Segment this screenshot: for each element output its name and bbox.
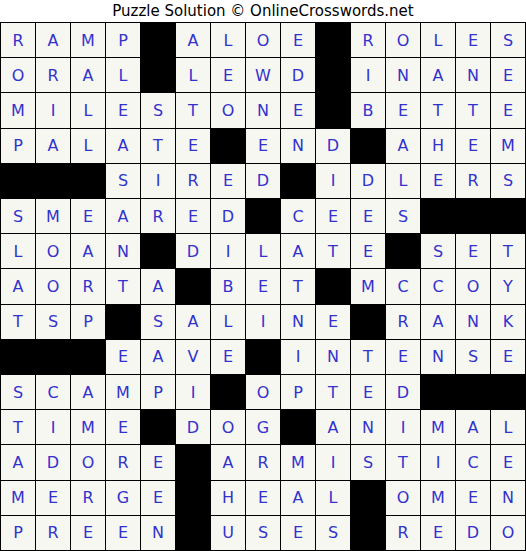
black-cell-r14c6 <box>176 481 210 515</box>
letter-cell-r4c9[interactable]: N <box>281 129 315 163</box>
letter-cell-r15c15[interactable]: O <box>491 516 525 550</box>
letter-cell-r5c14[interactable]: R <box>456 164 490 198</box>
letter-cell-r14c12[interactable]: O <box>386 481 420 515</box>
letter-cell-r10c11[interactable]: T <box>351 340 385 374</box>
letter-cell-r2c15[interactable]: E <box>491 58 525 92</box>
letter-cell-r12c12[interactable]: I <box>386 410 420 444</box>
black-cell-r2c5 <box>141 58 175 92</box>
black-cell-r7c12 <box>386 234 420 268</box>
letter-cell-r4c10[interactable]: D <box>316 129 350 163</box>
letter-cell-r1c14[interactable]: E <box>456 23 490 57</box>
puzzle-solution-page: Puzzle Solution © OnlineCrosswords.net R… <box>0 0 526 551</box>
letter-cell-r12c15[interactable]: L <box>491 410 525 444</box>
letter-cell-r2c9[interactable]: D <box>281 58 315 92</box>
black-cell-r7c5 <box>141 234 175 268</box>
letter-cell-r2c2[interactable]: R <box>36 58 70 92</box>
letter-cell-r7c15[interactable]: T <box>491 234 525 268</box>
letter-cell-r7c8[interactable]: L <box>246 234 280 268</box>
letter-cell-r11c5[interactable]: P <box>141 375 175 409</box>
letter-cell-r6c6[interactable]: E <box>176 199 210 233</box>
letter-cell-r14c7[interactable]: H <box>211 481 245 515</box>
black-cell-r12c5 <box>141 410 175 444</box>
letter-cell-r15c1[interactable]: P <box>1 516 35 550</box>
letter-cell-r5c12[interactable]: L <box>386 164 420 198</box>
black-cell-r9c4 <box>106 305 140 339</box>
black-cell-r3c10 <box>316 93 350 127</box>
letter-cell-r9c14[interactable]: N <box>456 305 490 339</box>
letter-cell-r15c14[interactable]: D <box>456 516 490 550</box>
letter-cell-r11c10[interactable]: T <box>316 375 350 409</box>
letter-cell-r1c12[interactable]: O <box>386 23 420 57</box>
letter-cell-r7c4[interactable]: N <box>106 234 140 268</box>
letter-cell-r7c10[interactable]: T <box>316 234 350 268</box>
letter-cell-r8c1[interactable]: A <box>1 269 35 303</box>
letter-cell-r14c8[interactable]: E <box>246 481 280 515</box>
letter-cell-r9c5[interactable]: S <box>141 305 175 339</box>
letter-cell-r5c10[interactable]: I <box>316 164 350 198</box>
letter-cell-r3c12[interactable]: E <box>386 93 420 127</box>
black-cell-r5c2 <box>36 164 70 198</box>
letter-cell-r3c5[interactable]: S <box>141 93 175 127</box>
letter-cell-r5c7[interactable]: E <box>211 164 245 198</box>
letter-cell-r8c12[interactable]: C <box>386 269 420 303</box>
letter-cell-r2c13[interactable]: A <box>421 58 455 92</box>
black-cell-r9c11 <box>351 305 385 339</box>
letter-cell-r12c7[interactable]: O <box>211 410 245 444</box>
letter-cell-r12c8[interactable]: G <box>246 410 280 444</box>
letter-cell-r7c11[interactable]: E <box>351 234 385 268</box>
letter-cell-r13c7[interactable]: A <box>211 445 245 479</box>
letter-cell-r7c6[interactable]: D <box>176 234 210 268</box>
black-cell-r15c11 <box>351 516 385 550</box>
letter-cell-r10c10[interactable]: N <box>316 340 350 374</box>
letter-cell-r7c9[interactable]: A <box>281 234 315 268</box>
letter-cell-r2c6[interactable]: L <box>176 58 210 92</box>
letter-cell-r5c4[interactable]: S <box>106 164 140 198</box>
letter-cell-r15c5[interactable]: N <box>141 516 175 550</box>
letter-cell-r6c3[interactable]: E <box>71 199 105 233</box>
letter-cell-r1c13[interactable]: L <box>421 23 455 57</box>
letter-cell-r9c15[interactable]: K <box>491 305 525 339</box>
letter-cell-r14c3[interactable]: R <box>71 481 105 515</box>
letter-cell-r14c2[interactable]: E <box>36 481 70 515</box>
letter-cell-r8c2[interactable]: O <box>36 269 70 303</box>
letter-cell-r1c2[interactable]: A <box>36 23 70 57</box>
letter-cell-r6c1[interactable]: S <box>1 199 35 233</box>
letter-cell-r6c9[interactable]: C <box>281 199 315 233</box>
letter-cell-r6c10[interactable]: E <box>316 199 350 233</box>
black-cell-r5c1 <box>1 164 35 198</box>
letter-cell-r3c6[interactable]: T <box>176 93 210 127</box>
letter-cell-r12c14[interactable]: A <box>456 410 490 444</box>
letter-cell-r4c12[interactable]: A <box>386 129 420 163</box>
letter-cell-r6c5[interactable]: R <box>141 199 175 233</box>
letter-cell-r8c3[interactable]: R <box>71 269 105 303</box>
black-cell-r8c6 <box>176 269 210 303</box>
letter-cell-r5c15[interactable]: S <box>491 164 525 198</box>
letter-cell-r1c3[interactable]: M <box>71 23 105 57</box>
letter-cell-r9c10[interactable]: E <box>316 305 350 339</box>
letter-cell-r8c11[interactable]: M <box>351 269 385 303</box>
letter-cell-r14c1[interactable]: M <box>1 481 35 515</box>
letter-cell-r3c3[interactable]: L <box>71 93 105 127</box>
letter-cell-r11c3[interactable]: A <box>71 375 105 409</box>
letter-cell-r8c4[interactable]: T <box>106 269 140 303</box>
letter-cell-r3c13[interactable]: T <box>421 93 455 127</box>
black-cell-r11c13 <box>421 375 455 409</box>
black-cell-r4c11 <box>351 129 385 163</box>
letter-cell-r9c8[interactable]: I <box>246 305 280 339</box>
black-cell-r15c6 <box>176 516 210 550</box>
letter-cell-r12c13[interactable]: M <box>421 410 455 444</box>
letter-cell-r14c9[interactable]: A <box>281 481 315 515</box>
black-cell-r10c2 <box>36 340 70 374</box>
letter-cell-r14c14[interactable]: E <box>456 481 490 515</box>
black-cell-r1c5 <box>141 23 175 57</box>
letter-cell-r11c4[interactable]: M <box>106 375 140 409</box>
letter-cell-r12c2[interactable]: I <box>36 410 70 444</box>
letter-cell-r10c13[interactable]: N <box>421 340 455 374</box>
letter-cell-r10c7[interactable]: E <box>211 340 245 374</box>
letter-cell-r3c14[interactable]: T <box>456 93 490 127</box>
letter-cell-r10c14[interactable]: S <box>456 340 490 374</box>
black-cell-r10c8 <box>246 340 280 374</box>
letter-cell-r13c3[interactable]: O <box>71 445 105 479</box>
letter-cell-r7c3[interactable]: A <box>71 234 105 268</box>
letter-cell-r3c8[interactable]: N <box>246 93 280 127</box>
letter-cell-r12c3[interactable]: M <box>71 410 105 444</box>
letter-cell-r3c11[interactable]: B <box>351 93 385 127</box>
black-cell-r6c15 <box>491 199 525 233</box>
letter-cell-r12c1[interactable]: T <box>1 410 35 444</box>
letter-cell-r3c15[interactable]: E <box>491 93 525 127</box>
letter-cell-r9c3[interactable]: P <box>71 305 105 339</box>
letter-cell-r8c13[interactable]: C <box>421 269 455 303</box>
letter-cell-r8c14[interactable]: O <box>456 269 490 303</box>
letter-cell-r9c13[interactable]: A <box>421 305 455 339</box>
letter-cell-r13c1[interactable]: A <box>1 445 35 479</box>
letter-cell-r4c15[interactable]: M <box>491 129 525 163</box>
letter-cell-r7c7[interactable]: I <box>211 234 245 268</box>
letter-cell-r2c4[interactable]: L <box>106 58 140 92</box>
letter-cell-r4c6[interactable]: E <box>176 129 210 163</box>
letter-cell-r10c4[interactable]: E <box>106 340 140 374</box>
letter-cell-r10c9[interactable]: I <box>281 340 315 374</box>
black-cell-r11c15 <box>491 375 525 409</box>
letter-cell-r13c9[interactable]: M <box>281 445 315 479</box>
letter-cell-r1c8[interactable]: O <box>246 23 280 57</box>
letter-cell-r4c13[interactable]: H <box>421 129 455 163</box>
letter-cell-r2c7[interactable]: E <box>211 58 245 92</box>
letter-cell-r13c8[interactable]: R <box>246 445 280 479</box>
letter-cell-r11c2[interactable]: C <box>36 375 70 409</box>
black-cell-r11c14 <box>456 375 490 409</box>
letter-cell-r9c12[interactable]: R <box>386 305 420 339</box>
letter-cell-r10c6[interactable]: V <box>176 340 210 374</box>
letter-cell-r12c4[interactable]: E <box>106 410 140 444</box>
black-cell-r1c10 <box>316 23 350 57</box>
letter-cell-r6c4[interactable]: A <box>106 199 140 233</box>
letter-cell-r15c4[interactable]: E <box>106 516 140 550</box>
letter-cell-r12c10[interactable]: A <box>316 410 350 444</box>
letter-cell-r4c8[interactable]: E <box>246 129 280 163</box>
letter-cell-r15c7[interactable]: U <box>211 516 245 550</box>
black-cell-r11c7 <box>211 375 245 409</box>
letter-cell-r8c5[interactable]: A <box>141 269 175 303</box>
letter-cell-r6c2[interactable]: M <box>36 199 70 233</box>
letter-cell-r10c12[interactable]: E <box>386 340 420 374</box>
letter-cell-r5c5[interactable]: I <box>141 164 175 198</box>
letter-cell-r4c1[interactable]: P <box>1 129 35 163</box>
black-cell-r8c10 <box>316 269 350 303</box>
letter-cell-r5c13[interactable]: E <box>421 164 455 198</box>
letter-cell-r15c9[interactable]: E <box>281 516 315 550</box>
letter-cell-r6c11[interactable]: E <box>351 199 385 233</box>
letter-cell-r13c10[interactable]: I <box>316 445 350 479</box>
letter-cell-r3c2[interactable]: I <box>36 93 70 127</box>
letter-cell-r2c8[interactable]: W <box>246 58 280 92</box>
letter-cell-r9c1[interactable]: T <box>1 305 35 339</box>
letter-cell-r4c4[interactable]: A <box>106 129 140 163</box>
letter-cell-r11c12[interactable]: D <box>386 375 420 409</box>
letter-cell-r13c5[interactable]: E <box>141 445 175 479</box>
letter-cell-r4c3[interactable]: L <box>71 129 105 163</box>
letter-cell-r3c9[interactable]: E <box>281 93 315 127</box>
letter-cell-r8c15[interactable]: Y <box>491 269 525 303</box>
letter-cell-r3c4[interactable]: E <box>106 93 140 127</box>
letter-cell-r15c10[interactable]: S <box>316 516 350 550</box>
letter-cell-r15c2[interactable]: R <box>36 516 70 550</box>
letter-cell-r2c1[interactable]: O <box>1 58 35 92</box>
letter-cell-r1c4[interactable]: P <box>106 23 140 57</box>
letter-cell-r10c5[interactable]: A <box>141 340 175 374</box>
letter-cell-r15c3[interactable]: E <box>71 516 105 550</box>
letter-cell-r7c1[interactable]: L <box>1 234 35 268</box>
black-cell-r14c11 <box>351 481 385 515</box>
letter-cell-r3c7[interactable]: O <box>211 93 245 127</box>
letter-cell-r2c12[interactable]: N <box>386 58 420 92</box>
letter-cell-r4c14[interactable]: E <box>456 129 490 163</box>
letter-cell-r4c5[interactable]: T <box>141 129 175 163</box>
letter-cell-r14c5[interactable]: E <box>141 481 175 515</box>
letter-cell-r11c8[interactable]: O <box>246 375 280 409</box>
letter-cell-r6c7[interactable]: D <box>211 199 245 233</box>
letter-cell-r10c15[interactable]: E <box>491 340 525 374</box>
letter-cell-r6c12[interactable]: S <box>386 199 420 233</box>
letter-cell-r13c14[interactable]: C <box>456 445 490 479</box>
letter-cell-r15c13[interactable]: E <box>421 516 455 550</box>
letter-cell-r13c15[interactable]: E <box>491 445 525 479</box>
letter-cell-r2c3[interactable]: A <box>71 58 105 92</box>
letter-cell-r13c4[interactable]: R <box>106 445 140 479</box>
letter-cell-r5c6[interactable]: R <box>176 164 210 198</box>
black-cell-r2c10 <box>316 58 350 92</box>
letter-cell-r8c7[interactable]: B <box>211 269 245 303</box>
letter-cell-r5c8[interactable]: D <box>246 164 280 198</box>
letter-cell-r8c9[interactable]: T <box>281 269 315 303</box>
letter-cell-r9c9[interactable]: N <box>281 305 315 339</box>
letter-cell-r11c9[interactable]: P <box>281 375 315 409</box>
letter-cell-r1c11[interactable]: R <box>351 23 385 57</box>
letter-cell-r15c8[interactable]: S <box>246 516 280 550</box>
letter-cell-r12c6[interactable]: D <box>176 410 210 444</box>
letter-cell-r13c11[interactable]: S <box>351 445 385 479</box>
letter-cell-r2c11[interactable]: I <box>351 58 385 92</box>
black-cell-r10c3 <box>71 340 105 374</box>
letter-cell-r14c15[interactable]: N <box>491 481 525 515</box>
letter-cell-r13c12[interactable]: T <box>386 445 420 479</box>
page-title: Puzzle Solution © OnlineCrosswords.net <box>0 0 526 22</box>
letter-cell-r9c7[interactable]: L <box>211 305 245 339</box>
black-cell-r6c8 <box>246 199 280 233</box>
letter-cell-r1c15[interactable]: S <box>491 23 525 57</box>
letter-cell-r1c6[interactable]: A <box>176 23 210 57</box>
black-cell-r13c6 <box>176 445 210 479</box>
letter-cell-r11c6[interactable]: I <box>176 375 210 409</box>
letter-cell-r14c4[interactable]: G <box>106 481 140 515</box>
letter-cell-r1c1[interactable]: R <box>1 23 35 57</box>
letter-cell-r7c2[interactable]: O <box>36 234 70 268</box>
letter-cell-r14c10[interactable]: L <box>316 481 350 515</box>
crossword-grid: RAMPALOEROLESORALLEWDINANEMILESTONEBETTE… <box>0 22 526 551</box>
letter-cell-r14c13[interactable]: M <box>421 481 455 515</box>
letter-cell-r7c13[interactable]: S <box>421 234 455 268</box>
letter-cell-r9c6[interactable]: A <box>176 305 210 339</box>
black-cell-r4c7 <box>211 129 245 163</box>
letter-cell-r12c11[interactable]: N <box>351 410 385 444</box>
black-cell-r6c14 <box>456 199 490 233</box>
black-cell-r12c9 <box>281 410 315 444</box>
letter-cell-r1c9[interactable]: E <box>281 23 315 57</box>
letter-cell-r11c1[interactable]: S <box>1 375 35 409</box>
black-cell-r5c3 <box>71 164 105 198</box>
letter-cell-r2c14[interactable]: N <box>456 58 490 92</box>
letter-cell-r5c11[interactable]: D <box>351 164 385 198</box>
letter-cell-r13c2[interactable]: D <box>36 445 70 479</box>
letter-cell-r7c14[interactable]: E <box>456 234 490 268</box>
letter-cell-r1c7[interactable]: L <box>211 23 245 57</box>
black-cell-r6c13 <box>421 199 455 233</box>
letter-cell-r9c2[interactable]: S <box>36 305 70 339</box>
letter-cell-r4c2[interactable]: A <box>36 129 70 163</box>
letter-cell-r11c11[interactable]: E <box>351 375 385 409</box>
black-cell-r5c9 <box>281 164 315 198</box>
letter-cell-r8c8[interactable]: E <box>246 269 280 303</box>
letter-cell-r13c13[interactable]: I <box>421 445 455 479</box>
letter-cell-r3c1[interactable]: M <box>1 93 35 127</box>
black-cell-r10c1 <box>1 340 35 374</box>
letter-cell-r15c12[interactable]: R <box>386 516 420 550</box>
